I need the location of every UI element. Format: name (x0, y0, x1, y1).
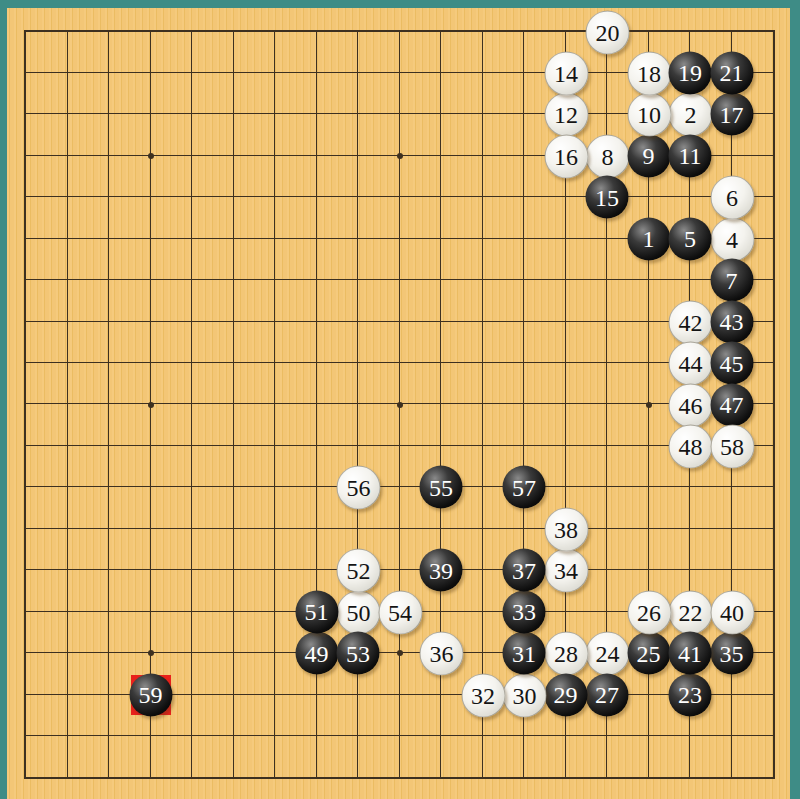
board-cell[interactable] (151, 322, 193, 363)
stone-black[interactable]: 17 (710, 93, 753, 136)
board-cell[interactable] (690, 736, 732, 777)
board-cell[interactable] (192, 363, 234, 404)
board-cell[interactable] (26, 114, 68, 155)
stone-number: 7 (726, 268, 738, 292)
stone-white[interactable]: 18 (627, 51, 671, 95)
board-cell[interactable] (151, 363, 193, 404)
board-cell[interactable] (192, 695, 234, 736)
stone-black[interactable]: 15 (586, 176, 629, 219)
stone-black[interactable]: 9 (627, 134, 670, 177)
board-cell[interactable] (275, 487, 317, 528)
stone-number: 30 (513, 683, 537, 707)
stone-black[interactable]: 51 (295, 590, 338, 633)
board-cell[interactable] (275, 156, 317, 197)
board-cell[interactable] (275, 32, 317, 73)
board-cell[interactable] (192, 32, 234, 73)
stone-black[interactable]: 19 (669, 51, 712, 94)
board-cell[interactable] (234, 156, 276, 197)
board-cell[interactable] (441, 114, 483, 155)
stone-number: 43 (720, 310, 744, 334)
board-cell[interactable] (524, 322, 566, 363)
board-cell[interactable] (109, 239, 151, 280)
stone-number: 35 (720, 641, 744, 665)
stone-white[interactable]: 24 (586, 632, 630, 676)
board-cell[interactable] (68, 695, 110, 736)
board-cell[interactable] (483, 32, 525, 73)
stone-number: 58 (720, 435, 744, 459)
stone-number: 4 (726, 227, 738, 251)
board-cell[interactable] (151, 404, 193, 445)
stone-black[interactable]: 47 (710, 383, 753, 426)
board-cell[interactable] (400, 197, 442, 238)
stone-white[interactable]: 48 (669, 425, 713, 469)
board-cell[interactable] (607, 487, 649, 528)
stone-number: 1 (643, 227, 655, 251)
board-cell[interactable] (275, 73, 317, 114)
stone-number: 28 (554, 642, 578, 666)
board-cell[interactable] (441, 736, 483, 777)
stone-number: 24 (596, 642, 620, 666)
board-cell[interactable] (400, 239, 442, 280)
board-cell[interactable] (358, 280, 400, 321)
board-cell[interactable] (441, 363, 483, 404)
board-cell[interactable] (26, 487, 68, 528)
board-cell[interactable] (690, 487, 732, 528)
board-cell[interactable] (275, 197, 317, 238)
board-cell[interactable] (607, 280, 649, 321)
stone-black[interactable]: 41 (669, 632, 712, 675)
board-cell[interactable] (109, 32, 151, 73)
board-cell[interactable] (68, 114, 110, 155)
board-cell[interactable] (441, 73, 483, 114)
board-cell[interactable] (441, 404, 483, 445)
board-cell[interactable] (151, 529, 193, 570)
board-cell[interactable] (26, 32, 68, 73)
board-cell[interactable] (109, 363, 151, 404)
board-cell[interactable] (275, 322, 317, 363)
board-cell[interactable] (732, 736, 774, 777)
board-cell[interactable] (483, 280, 525, 321)
board-cell[interactable] (400, 114, 442, 155)
board-cell[interactable] (234, 322, 276, 363)
board-cell[interactable] (400, 280, 442, 321)
board-cell[interactable] (483, 197, 525, 238)
board-cell[interactable] (275, 695, 317, 736)
stone-black[interactable]: 11 (669, 134, 712, 177)
board-cell[interactable] (68, 73, 110, 114)
stone-black[interactable]: 53 (337, 632, 380, 675)
stone-number: 47 (720, 393, 744, 417)
board-cell[interactable] (234, 239, 276, 280)
board-cell[interactable] (649, 487, 691, 528)
stone-white[interactable]: 38 (544, 507, 588, 551)
stone-white[interactable]: 32 (461, 673, 505, 717)
board-cell[interactable] (151, 612, 193, 653)
board-cell[interactable] (441, 239, 483, 280)
stone-black[interactable]: 27 (586, 673, 629, 716)
stone-number: 17 (720, 102, 744, 126)
stone-white[interactable]: 16 (544, 134, 588, 178)
board-cell[interactable] (26, 363, 68, 404)
board-cell[interactable] (151, 32, 193, 73)
board-cell[interactable] (151, 73, 193, 114)
board-cell[interactable] (192, 280, 234, 321)
stone-black[interactable]: 5 (669, 217, 712, 260)
board-cell[interactable] (524, 280, 566, 321)
stone-number: 11 (678, 144, 701, 168)
stone-white[interactable]: 6 (710, 176, 754, 220)
board-cell[interactable] (109, 446, 151, 487)
board-cell[interactable] (607, 404, 649, 445)
stone-white[interactable]: 30 (503, 673, 547, 717)
stone-white[interactable]: 36 (420, 632, 464, 676)
stone-white[interactable]: 56 (337, 466, 381, 510)
stone-black[interactable]: 57 (503, 466, 546, 509)
board-cell[interactable] (68, 197, 110, 238)
stone-white[interactable]: 46 (669, 383, 713, 427)
board-cell[interactable] (68, 446, 110, 487)
board-cell[interactable] (358, 404, 400, 445)
board-cell[interactable] (26, 612, 68, 653)
stone-black[interactable]: 29 (544, 673, 587, 716)
board-cell[interactable] (192, 487, 234, 528)
stone-number: 31 (512, 641, 536, 665)
board-cell[interactable] (607, 736, 649, 777)
board-cell[interactable] (26, 156, 68, 197)
board-cell[interactable] (151, 114, 193, 155)
board-cell[interactable] (524, 736, 566, 777)
board-cell[interactable] (358, 73, 400, 114)
board-cell[interactable] (192, 446, 234, 487)
stone-white[interactable]: 2 (669, 93, 713, 137)
stone-number: 8 (602, 144, 614, 168)
stone-black[interactable]: 31 (503, 632, 546, 675)
board-cell[interactable] (151, 570, 193, 611)
board-cell[interactable] (192, 612, 234, 653)
board-cell[interactable] (400, 736, 442, 777)
board-cell[interactable] (26, 570, 68, 611)
stone-number: 23 (678, 683, 702, 707)
board-cell[interactable] (400, 156, 442, 197)
board-cell[interactable] (317, 197, 359, 238)
board-cell[interactable] (234, 695, 276, 736)
board-cell[interactable] (109, 114, 151, 155)
board-cell[interactable] (109, 487, 151, 528)
board-cell[interactable] (607, 363, 649, 404)
board-cell[interactable] (192, 156, 234, 197)
stone-black[interactable]: 39 (420, 549, 463, 592)
board-cell[interactable] (26, 446, 68, 487)
board-cell[interactable] (317, 73, 359, 114)
board-cell[interactable] (317, 32, 359, 73)
stone-white[interactable]: 34 (544, 549, 588, 593)
board-cell[interactable] (68, 487, 110, 528)
board-cell[interactable] (109, 322, 151, 363)
board-cell[interactable] (441, 156, 483, 197)
stone-white[interactable]: 22 (669, 590, 713, 634)
board-cell[interactable] (26, 736, 68, 777)
board-cell[interactable] (26, 280, 68, 321)
board-cell[interactable] (483, 363, 525, 404)
stone-number: 27 (595, 683, 619, 707)
board-cell[interactable] (68, 736, 110, 777)
board-cell[interactable] (400, 404, 442, 445)
board-cell[interactable] (690, 529, 732, 570)
stone-black[interactable]: 23 (669, 673, 712, 716)
board-cell[interactable] (234, 736, 276, 777)
board-cell[interactable] (109, 156, 151, 197)
board-cell[interactable] (566, 446, 608, 487)
board-cell[interactable] (275, 529, 317, 570)
board-cell[interactable] (483, 322, 525, 363)
board-cell[interactable] (192, 529, 234, 570)
board-cell[interactable] (234, 529, 276, 570)
star-point (397, 402, 403, 408)
board-cell[interactable] (234, 487, 276, 528)
board-cell[interactable] (358, 695, 400, 736)
board-cell[interactable] (26, 197, 68, 238)
stone-white[interactable]: 8 (586, 134, 630, 178)
stone-number: 44 (679, 352, 703, 376)
board-cell[interactable] (234, 404, 276, 445)
board-cell[interactable] (400, 322, 442, 363)
board-cell[interactable] (109, 73, 151, 114)
board-cell[interactable] (234, 114, 276, 155)
stone-number: 6 (726, 186, 738, 210)
stone-white[interactable]: 12 (544, 93, 588, 137)
board-cell[interactable] (607, 529, 649, 570)
board-cell[interactable] (275, 446, 317, 487)
board-cell[interactable] (441, 280, 483, 321)
board-cell[interactable] (566, 280, 608, 321)
stone-black[interactable]: 25 (627, 632, 670, 675)
stone-white[interactable]: 10 (627, 93, 671, 137)
stone-black[interactable]: 37 (503, 549, 546, 592)
stone-white[interactable]: 44 (669, 342, 713, 386)
board-cell[interactable] (151, 239, 193, 280)
board-cell[interactable] (483, 73, 525, 114)
board-cell[interactable] (400, 695, 442, 736)
board-cell[interactable] (524, 197, 566, 238)
board-cell[interactable] (109, 404, 151, 445)
board-cell[interactable] (441, 32, 483, 73)
board-cell[interactable] (732, 695, 774, 736)
stone-number: 21 (720, 61, 744, 85)
board-cell[interactable] (192, 114, 234, 155)
board-cell[interactable] (26, 695, 68, 736)
board-cell[interactable] (192, 653, 234, 694)
board-cell[interactable] (317, 280, 359, 321)
stone-black[interactable]: 1 (627, 217, 670, 260)
board-cell[interactable] (26, 73, 68, 114)
board-cell[interactable] (566, 736, 608, 777)
board-cell[interactable] (234, 280, 276, 321)
board-cell[interactable] (68, 404, 110, 445)
board-cell[interactable] (358, 322, 400, 363)
stone-white[interactable]: 28 (544, 632, 588, 676)
star-point (397, 650, 403, 656)
stone-black[interactable]: 45 (710, 342, 753, 385)
board-cell[interactable] (483, 239, 525, 280)
board-cell[interactable] (317, 736, 359, 777)
stone-number: 32 (471, 683, 495, 707)
board-cell[interactable] (317, 239, 359, 280)
board-cell[interactable] (607, 322, 649, 363)
stone-white[interactable]: 50 (337, 590, 381, 634)
board-cell[interactable] (234, 446, 276, 487)
board-cell[interactable] (524, 363, 566, 404)
board-cell[interactable] (358, 197, 400, 238)
stone-white[interactable]: 4 (710, 217, 754, 261)
board-cell[interactable] (192, 404, 234, 445)
board-cell[interactable] (109, 736, 151, 777)
board-cell[interactable] (192, 736, 234, 777)
board-cell[interactable] (26, 322, 68, 363)
board-cell[interactable] (109, 280, 151, 321)
board-cell[interactable] (441, 197, 483, 238)
board-cell[interactable] (151, 197, 193, 238)
board-cell[interactable] (317, 363, 359, 404)
stone-number: 34 (554, 559, 578, 583)
board-cell[interactable] (317, 322, 359, 363)
board-cell[interactable] (317, 114, 359, 155)
board-cell[interactable] (109, 612, 151, 653)
board-cell[interactable] (566, 239, 608, 280)
board-cell[interactable] (68, 156, 110, 197)
stone-white[interactable]: 14 (544, 51, 588, 95)
board-cell[interactable] (234, 612, 276, 653)
board-cell[interactable] (26, 529, 68, 570)
board-cell[interactable] (358, 736, 400, 777)
stone-black[interactable]: 55 (420, 466, 463, 509)
board-cell[interactable] (68, 32, 110, 73)
board-cell[interactable] (234, 73, 276, 114)
board-cell[interactable] (68, 239, 110, 280)
board-cell[interactable] (483, 404, 525, 445)
board-cell[interactable] (400, 363, 442, 404)
board-cell[interactable] (358, 32, 400, 73)
stone-white[interactable]: 54 (378, 590, 422, 634)
stone-number: 29 (554, 683, 578, 707)
board-cell[interactable] (68, 570, 110, 611)
board-cell[interactable] (649, 736, 691, 777)
board-cell[interactable] (68, 322, 110, 363)
board-cell[interactable] (151, 736, 193, 777)
board-cell[interactable] (524, 404, 566, 445)
board-cell[interactable] (68, 653, 110, 694)
stone-number: 38 (554, 517, 578, 541)
board-cell[interactable] (524, 239, 566, 280)
board-cell[interactable] (151, 280, 193, 321)
board-cell[interactable] (151, 156, 193, 197)
board-cell[interactable] (234, 197, 276, 238)
board-cell[interactable] (68, 280, 110, 321)
board-cell[interactable] (192, 73, 234, 114)
board-cell[interactable] (317, 404, 359, 445)
board-cell[interactable] (68, 363, 110, 404)
board-cell[interactable] (192, 197, 234, 238)
stone-white[interactable]: 40 (710, 590, 754, 634)
board-cell[interactable] (649, 529, 691, 570)
stone-white[interactable]: 20 (586, 10, 630, 54)
board-cell[interactable] (151, 446, 193, 487)
board-cell[interactable] (358, 239, 400, 280)
board-cell[interactable] (275, 363, 317, 404)
stone-black[interactable]: 59 (129, 673, 172, 716)
board-cell[interactable] (566, 322, 608, 363)
board-cell[interactable] (151, 487, 193, 528)
stone-black[interactable]: 7 (710, 259, 753, 302)
board-cell[interactable] (68, 529, 110, 570)
board-cell[interactable] (358, 156, 400, 197)
stone-white[interactable]: 52 (337, 549, 381, 593)
board-cell[interactable] (732, 529, 774, 570)
stone-number: 26 (637, 600, 661, 624)
board-cell[interactable] (192, 322, 234, 363)
board-cell[interactable] (26, 653, 68, 694)
board-cell[interactable] (26, 404, 68, 445)
stone-black[interactable]: 49 (295, 632, 338, 675)
board-cell[interactable] (275, 280, 317, 321)
board-cell[interactable] (317, 695, 359, 736)
board-cell[interactable] (26, 239, 68, 280)
stone-number: 57 (512, 475, 536, 499)
board-cell[interactable] (234, 653, 276, 694)
board-cell[interactable] (68, 612, 110, 653)
board-cell[interactable] (317, 156, 359, 197)
stone-number: 56 (347, 476, 371, 500)
board-cell[interactable] (566, 363, 608, 404)
board-cell[interactable] (275, 736, 317, 777)
stone-white[interactable]: 26 (627, 590, 671, 634)
stone-black[interactable]: 33 (503, 590, 546, 633)
stone-number: 22 (679, 600, 703, 624)
board-cell[interactable] (109, 197, 151, 238)
stone-white[interactable]: 42 (669, 300, 713, 344)
stone-black[interactable]: 21 (710, 51, 753, 94)
board-cell[interactable] (358, 363, 400, 404)
board-cell[interactable] (358, 114, 400, 155)
stone-black[interactable]: 35 (710, 632, 753, 675)
board-cell[interactable] (566, 404, 608, 445)
board-cell[interactable] (441, 322, 483, 363)
board-cell[interactable] (275, 239, 317, 280)
stone-white[interactable]: 58 (710, 425, 754, 469)
board-cell[interactable] (400, 32, 442, 73)
board-cell[interactable] (234, 363, 276, 404)
stone-number: 46 (679, 393, 703, 417)
board-cell[interactable] (732, 487, 774, 528)
stone-number: 18 (637, 61, 661, 85)
board-cell[interactable] (607, 446, 649, 487)
board-cell[interactable] (192, 570, 234, 611)
board-cell[interactable] (275, 114, 317, 155)
stone-number: 41 (678, 641, 702, 665)
star-point (397, 153, 403, 159)
board-cell[interactable] (275, 404, 317, 445)
board-cell[interactable] (109, 570, 151, 611)
board-cell[interactable] (192, 239, 234, 280)
board-cell[interactable] (234, 32, 276, 73)
board-cell[interactable] (483, 156, 525, 197)
board-cell[interactable] (400, 73, 442, 114)
board-cell[interactable] (234, 570, 276, 611)
board-cell[interactable] (483, 114, 525, 155)
stone-number: 36 (430, 642, 454, 666)
board-cell[interactable] (109, 529, 151, 570)
board-cell[interactable] (483, 736, 525, 777)
stone-black[interactable]: 43 (710, 300, 753, 343)
